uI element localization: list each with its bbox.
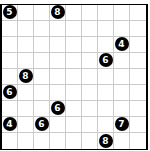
- cell-r3c1[interactable]: [18, 53, 34, 69]
- cell-r2c1[interactable]: [18, 37, 34, 53]
- cell-r1c2[interactable]: [34, 21, 50, 37]
- cell-r7c5[interactable]: [82, 117, 98, 133]
- cell-r1c4[interactable]: [66, 21, 82, 37]
- cell-r8c2[interactable]: [34, 133, 50, 149]
- cell-r4c5[interactable]: [82, 69, 98, 85]
- clue-cell-r2c7: 4: [114, 37, 130, 53]
- cell-r3c5[interactable]: [82, 53, 98, 69]
- clue-cell-r0c3: 8: [50, 5, 66, 21]
- cell-r5c6[interactable]: [98, 85, 114, 101]
- clue-circle: 8: [99, 134, 113, 148]
- cell-r1c6[interactable]: [98, 21, 114, 37]
- clue-circle: 7: [115, 117, 129, 131]
- cell-r6c7[interactable]: [114, 101, 130, 117]
- cell-r4c4[interactable]: [66, 69, 82, 85]
- cell-r4c6[interactable]: [98, 69, 114, 85]
- cell-r2c4[interactable]: [66, 37, 82, 53]
- cell-r7c8[interactable]: [130, 117, 146, 133]
- cell-r8c8[interactable]: [130, 133, 146, 149]
- cell-r5c5[interactable]: [82, 85, 98, 101]
- cell-r3c7[interactable]: [114, 53, 130, 69]
- cell-r5c4[interactable]: [66, 85, 82, 101]
- cell-r1c0[interactable]: [2, 21, 18, 37]
- cell-r8c7[interactable]: [114, 133, 130, 149]
- cell-r2c2[interactable]: [34, 37, 50, 53]
- cell-r4c3[interactable]: [50, 69, 66, 85]
- clue-circle: 6: [99, 53, 113, 67]
- clue-circle: 6: [51, 101, 65, 115]
- cell-r2c8[interactable]: [130, 37, 146, 53]
- cell-r2c5[interactable]: [82, 37, 98, 53]
- cell-r6c8[interactable]: [130, 101, 146, 117]
- cell-r6c0[interactable]: [2, 101, 18, 117]
- cell-r4c2[interactable]: [34, 69, 50, 85]
- clue-cell-r6c3: 6: [50, 101, 66, 117]
- cell-r0c8[interactable]: [130, 5, 146, 21]
- clue-cell-r3c6: 6: [98, 53, 114, 69]
- cell-r6c2[interactable]: [34, 101, 50, 117]
- cell-r1c7[interactable]: [114, 21, 130, 37]
- clue-circle: 8: [51, 5, 65, 19]
- clue-cell-r4c1: 8: [18, 69, 34, 85]
- cell-r7c1[interactable]: [18, 117, 34, 133]
- clue-cell-r8c6: 8: [98, 133, 114, 149]
- cell-r7c6[interactable]: [98, 117, 114, 133]
- cell-r4c8[interactable]: [130, 69, 146, 85]
- cell-r4c0[interactable]: [2, 69, 18, 85]
- cell-r2c0[interactable]: [2, 37, 18, 53]
- cell-r1c1[interactable]: [18, 21, 34, 37]
- cell-r3c4[interactable]: [66, 53, 82, 69]
- cell-r0c7[interactable]: [114, 5, 130, 21]
- clue-circle: 4: [115, 37, 129, 51]
- cell-r2c3[interactable]: [50, 37, 66, 53]
- cell-r8c4[interactable]: [66, 133, 82, 149]
- cell-r8c1[interactable]: [18, 133, 34, 149]
- cell-r1c8[interactable]: [130, 21, 146, 37]
- cell-r3c2[interactable]: [34, 53, 50, 69]
- cell-r3c0[interactable]: [2, 53, 18, 69]
- clue-cell-r5c0: 6: [2, 85, 18, 101]
- cell-r5c8[interactable]: [130, 85, 146, 101]
- cell-r3c8[interactable]: [130, 53, 146, 69]
- cell-r1c3[interactable]: [50, 21, 66, 37]
- puzzle-board: 58468664678: [0, 4, 148, 151]
- cell-r4c7[interactable]: [114, 69, 130, 85]
- cell-r6c1[interactable]: [18, 101, 34, 117]
- clue-circle: 6: [35, 117, 49, 131]
- clue-cell-r7c0: 4: [2, 117, 18, 133]
- clue-cell-r7c7: 7: [114, 117, 130, 133]
- cell-r7c4[interactable]: [66, 117, 82, 133]
- cell-r5c7[interactable]: [114, 85, 130, 101]
- cell-r1c5[interactable]: [82, 21, 98, 37]
- clue-cell-r7c2: 6: [34, 117, 50, 133]
- cell-r3c3[interactable]: [50, 53, 66, 69]
- cell-r6c4[interactable]: [66, 101, 82, 117]
- cell-r8c0[interactable]: [2, 133, 18, 149]
- cell-r0c1[interactable]: [18, 5, 34, 21]
- clue-cell-r0c0: 5: [2, 5, 18, 21]
- cell-r0c5[interactable]: [82, 5, 98, 21]
- cell-r7c3[interactable]: [50, 117, 66, 133]
- cell-r0c6[interactable]: [98, 5, 114, 21]
- cell-r6c5[interactable]: [82, 101, 98, 117]
- clue-circle: 6: [3, 85, 17, 99]
- clue-circle: 4: [3, 117, 17, 131]
- cell-r5c1[interactable]: [18, 85, 34, 101]
- cell-r0c4[interactable]: [66, 5, 82, 21]
- cell-r2c6[interactable]: [98, 37, 114, 53]
- cell-r6c6[interactable]: [98, 101, 114, 117]
- cell-r8c5[interactable]: [82, 133, 98, 149]
- clue-circle: 5: [3, 5, 17, 19]
- cell-r8c3[interactable]: [50, 133, 66, 149]
- cell-r5c3[interactable]: [50, 85, 66, 101]
- cell-r5c2[interactable]: [34, 85, 50, 101]
- clue-circle: 8: [19, 69, 33, 83]
- cell-r0c2[interactable]: [34, 5, 50, 21]
